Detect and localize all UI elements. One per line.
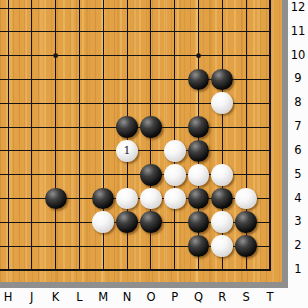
intersection-S8[interactable] [234,91,258,115]
intersection-T10[interactable] [258,44,282,68]
black-stone [140,116,162,138]
intersection-R7[interactable] [210,115,234,139]
intersection-L7[interactable] [68,115,92,139]
white-stone [116,188,138,210]
intersection-R4[interactable] [210,187,234,211]
intersection-Q9[interactable] [187,68,211,92]
intersection-H8[interactable] [0,91,20,115]
column-label-M: M [98,292,108,304]
white-stone [211,164,233,186]
intersection-H10[interactable] [0,44,20,68]
black-stone [188,69,210,91]
intersection-R8[interactable] [210,91,234,115]
intersection-O10[interactable] [139,44,163,68]
intersection-S10[interactable] [234,44,258,68]
row-label-12: 12 [291,2,306,14]
intersection-P4[interactable] [163,187,187,211]
intersection-O4[interactable] [139,187,163,211]
intersection-P9[interactable] [163,68,187,92]
intersection-L3[interactable] [68,210,92,234]
intersection-K7[interactable] [44,115,68,139]
row-label-7: 7 [294,121,301,133]
white-stone [211,235,233,257]
intersection-L1[interactable] [68,258,92,282]
intersection-K8[interactable] [44,91,68,115]
intersection-Q12[interactable] [187,0,211,20]
intersection-J11[interactable] [20,20,44,44]
intersection-Q1[interactable] [187,258,211,282]
intersection-Q3[interactable] [187,210,211,234]
intersection-O6[interactable] [139,139,163,163]
intersection-M9[interactable] [91,68,115,92]
intersection-N10[interactable] [115,44,139,68]
intersection-N9[interactable] [115,68,139,92]
intersection-O8[interactable] [139,91,163,115]
intersection-J10[interactable] [20,44,44,68]
intersection-K4[interactable] [44,187,68,211]
intersection-S5[interactable] [234,163,258,187]
intersection-Q7[interactable] [187,115,211,139]
black-stone [188,235,210,257]
intersection-S6[interactable] [234,139,258,163]
intersection-J1[interactable] [20,258,44,282]
intersection-S4[interactable] [234,187,258,211]
intersection-S9[interactable] [234,68,258,92]
column-label-N: N [123,292,132,304]
intersection-H12[interactable] [0,0,20,20]
black-stone [235,235,257,257]
row-label-9: 9 [294,74,301,86]
black-stone [116,211,138,233]
black-stone [140,164,162,186]
column-labels: HJKLMNOPQRST [0,288,288,308]
intersection-T1[interactable] [258,258,282,282]
intersection-M5[interactable] [91,163,115,187]
intersection-N4[interactable] [115,187,139,211]
intersection-O1[interactable] [139,258,163,282]
row-label-2: 2 [294,240,301,252]
intersection-S7[interactable] [234,115,258,139]
intersection-H6[interactable] [0,139,20,163]
column-label-S: S [243,292,250,304]
intersection-T8[interactable] [258,91,282,115]
intersection-L8[interactable] [68,91,92,115]
black-stone [235,211,257,233]
row-label-3: 3 [294,217,301,229]
white-stone: 1 [116,140,138,162]
intersection-M10[interactable] [91,44,115,68]
intersection-K1[interactable] [44,258,68,282]
black-stone [188,211,210,233]
intersection-J3[interactable] [20,210,44,234]
intersection-O3[interactable] [139,210,163,234]
row-label-10: 10 [291,50,306,62]
black-stone [45,188,67,210]
white-stone [164,140,186,162]
intersection-Q8[interactable] [187,91,211,115]
intersection-J12[interactable] [20,0,44,20]
intersection-Q4[interactable] [187,187,211,211]
intersection-R6[interactable] [210,139,234,163]
intersection-T5[interactable] [258,163,282,187]
row-label-6: 6 [294,145,301,157]
white-stone [211,92,233,114]
black-stone [188,188,210,210]
intersection-M3[interactable] [91,210,115,234]
intersection-P8[interactable] [163,91,187,115]
column-label-L: L [76,292,82,304]
intersection-R11[interactable] [210,20,234,44]
intersection-L6[interactable] [68,139,92,163]
intersection-T12[interactable] [258,0,282,20]
intersection-S11[interactable] [234,20,258,44]
white-stone [211,211,233,233]
white-stone [188,164,210,186]
intersection-R1[interactable] [210,258,234,282]
intersection-M1[interactable] [91,258,115,282]
intersection-N8[interactable] [115,91,139,115]
intersection-S3[interactable] [234,210,258,234]
intersection-P11[interactable] [163,20,187,44]
intersection-R9[interactable] [210,68,234,92]
intersection-P7[interactable] [163,115,187,139]
column-label-H: H [4,292,13,304]
intersection-P10[interactable] [163,44,187,68]
white-stone [140,188,162,210]
intersection-J6[interactable] [20,139,44,163]
intersection-N1[interactable] [115,258,139,282]
black-stone [188,116,210,138]
intersection-P5[interactable] [163,163,187,187]
intersection-T4[interactable] [258,187,282,211]
intersection-H3[interactable] [0,210,20,234]
go-diagram: 1 HJKLMNOPQRST 121110987654321 [0,0,308,308]
intersection-N6[interactable]: 1 [115,139,139,163]
intersection-M8[interactable] [91,91,115,115]
go-board: 1 [0,0,282,282]
intersection-J5[interactable] [20,163,44,187]
intersection-N5[interactable] [115,163,139,187]
black-stone [211,69,233,91]
intersection-Q11[interactable] [187,20,211,44]
black-stone [188,140,210,162]
intersection-M2[interactable] [91,234,115,258]
column-label-R: R [218,292,226,304]
intersection-M4[interactable] [91,187,115,211]
intersection-J2[interactable] [20,234,44,258]
intersection-H9[interactable] [0,68,20,92]
white-stone [92,211,114,233]
black-stone [92,188,114,210]
intersection-O11[interactable] [139,20,163,44]
intersection-K9[interactable] [44,68,68,92]
intersection-T7[interactable] [258,115,282,139]
intersection-L10[interactable] [68,44,92,68]
intersection-N2[interactable] [115,234,139,258]
intersection-P6[interactable] [163,139,187,163]
intersection-S2[interactable] [234,234,258,258]
intersection-Q10[interactable] [187,44,211,68]
intersection-N3[interactable] [115,210,139,234]
intersection-N11[interactable] [115,20,139,44]
intersection-H5[interactable] [0,163,20,187]
intersection-J8[interactable] [20,91,44,115]
row-label-1: 1 [294,264,301,276]
row-label-4: 4 [294,193,301,205]
row-label-11: 11 [291,26,306,38]
intersection-M11[interactable] [91,20,115,44]
intersection-J9[interactable] [20,68,44,92]
column-label-Q: Q [194,292,203,304]
stone-move-label: 1 [124,145,131,156]
row-label-5: 5 [294,169,301,181]
intersection-S1[interactable] [234,258,258,282]
intersection-N12[interactable] [115,0,139,20]
intersection-Q6[interactable] [187,139,211,163]
intersection-H2[interactable] [0,234,20,258]
intersection-L9[interactable] [68,68,92,92]
intersection-L4[interactable] [68,187,92,211]
white-stone [164,188,186,210]
intersection-R3[interactable] [210,210,234,234]
intersection-K10[interactable] [44,44,68,68]
intersection-R12[interactable] [210,0,234,20]
intersection-P3[interactable] [163,210,187,234]
intersection-T6[interactable] [258,139,282,163]
intersection-M7[interactable] [91,115,115,139]
intersection-H4[interactable] [0,187,20,211]
intersection-K2[interactable] [44,234,68,258]
black-stone [140,211,162,233]
intersection-P2[interactable] [163,234,187,258]
row-label-8: 8 [294,98,301,110]
intersection-R2[interactable] [210,234,234,258]
intersection-P1[interactable] [163,258,187,282]
intersection-P12[interactable] [163,0,187,20]
intersection-J7[interactable] [20,115,44,139]
intersection-K6[interactable] [44,139,68,163]
row-labels: 121110987654321 [288,0,308,288]
intersection-O2[interactable] [139,234,163,258]
intersection-K5[interactable] [44,163,68,187]
intersection-L5[interactable] [68,163,92,187]
intersection-H7[interactable] [0,115,20,139]
black-stone [211,188,233,210]
intersection-L12[interactable] [68,0,92,20]
intersection-R5[interactable] [210,163,234,187]
intersection-K12[interactable] [44,0,68,20]
intersection-S12[interactable] [234,0,258,20]
column-label-T: T [266,292,273,304]
intersection-T9[interactable] [258,68,282,92]
intersection-L2[interactable] [68,234,92,258]
column-label-P: P [171,292,178,304]
intersection-R10[interactable] [210,44,234,68]
intersections-grid: 1 [0,0,282,282]
column-label-J: J [30,292,33,304]
intersection-Q2[interactable] [187,234,211,258]
black-stone [116,116,138,138]
intersection-O9[interactable] [139,68,163,92]
intersection-O12[interactable] [139,0,163,20]
intersection-O7[interactable] [139,115,163,139]
intersection-T11[interactable] [258,20,282,44]
intersection-K11[interactable] [44,20,68,44]
intersection-H1[interactable] [0,258,20,282]
intersection-M6[interactable] [91,139,115,163]
intersection-N7[interactable] [115,115,139,139]
column-label-K: K [52,292,60,304]
white-stone [164,164,186,186]
white-stone [235,188,257,210]
intersection-L11[interactable] [68,20,92,44]
intersection-O5[interactable] [139,163,163,187]
intersection-J4[interactable] [20,187,44,211]
intersection-T2[interactable] [258,234,282,258]
intersection-H11[interactable] [0,20,20,44]
intersection-T3[interactable] [258,210,282,234]
intersection-Q5[interactable] [187,163,211,187]
intersection-K3[interactable] [44,210,68,234]
column-label-O: O [146,292,155,304]
intersection-M12[interactable] [91,0,115,20]
